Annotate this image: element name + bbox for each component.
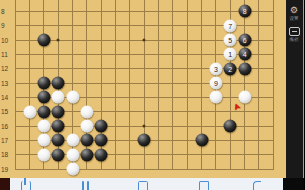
white-stone [37,134,50,147]
white-stone: 9 [209,77,222,90]
row-label: 8 [0,8,12,15]
black-stone [37,34,50,47]
white-stone [66,148,79,161]
gear-icon: ⚙ [290,5,298,15]
white-stone [52,91,65,104]
white-stone [80,120,93,133]
row-label: 17 [0,137,12,144]
black-stone [37,91,50,104]
settings-button[interactable]: ⚙ 设置 [287,5,301,22]
row-label: 9 [0,22,12,29]
row-label: 12 [0,65,12,72]
white-stone [66,134,79,147]
undo-label: 悔棋 [287,37,301,43]
black-stone [80,134,93,147]
row-label: 13 [0,80,12,87]
row-label: 15 [0,108,12,115]
star-point [57,39,60,42]
toolbar-right-block [283,178,304,190]
grid-line [15,11,274,12]
toolbar-left-block [0,178,10,190]
black-stone [37,77,50,90]
black-stone: 2 [224,62,237,75]
white-stone [66,91,79,104]
share-icon[interactable] [21,181,31,190]
black-stone [238,62,251,75]
black-stone [95,120,108,133]
white-stone [66,163,79,176]
white-stone [209,91,222,104]
black-stone: 4 [238,48,251,61]
black-stone [52,134,65,147]
white-stone [37,148,50,161]
star-point [143,39,146,42]
white-stone: 7 [224,19,237,32]
black-stone [52,77,65,90]
row-label: 18 [0,151,12,158]
star-point [143,125,146,128]
grid-line [15,169,274,170]
row-label: 14 [0,94,12,101]
black-stone: 6 [238,34,251,47]
stop-icon[interactable] [138,181,148,190]
go-app-window: 78910111213141516171819875614329 ➤ ⚙ 设置 … [0,0,304,190]
row-label: 11 [0,51,12,58]
white-stone: 1 [224,48,237,61]
hook-icon[interactable] [251,181,261,190]
black-stone: 8 [238,5,251,18]
black-stone [52,148,65,161]
undo-icon [289,27,300,36]
black-stone [37,105,50,118]
white-stone [80,105,93,118]
white-stone: 5 [224,34,237,47]
row-label: 10 [0,37,12,44]
settings-label: 设置 [287,16,301,22]
white-stone: 3 [209,62,222,75]
pause-icon[interactable] [82,181,89,190]
white-stone [37,120,50,133]
undo-button[interactable]: 悔棋 [287,27,301,43]
right-edge-stripe [303,0,305,190]
black-stone [52,105,65,118]
black-stone [95,134,108,147]
row-label: 16 [0,123,12,130]
go-board[interactable]: 78910111213141516171819875614329 [0,0,285,178]
row-label: 19 [0,166,12,173]
black-stone [138,134,151,147]
white-stone [23,105,36,118]
black-stone [80,148,93,161]
black-stone [52,120,65,133]
panel-icon[interactable] [199,181,209,190]
bottom-toolbar [0,178,304,190]
black-stone [224,120,237,133]
black-stone [195,134,208,147]
right-sidebar: ⚙ 设置 悔棋 [286,0,303,190]
black-stone [95,148,108,161]
